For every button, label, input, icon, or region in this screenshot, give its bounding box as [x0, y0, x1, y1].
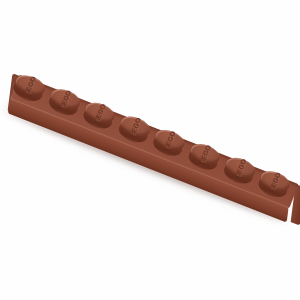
lego-logo-emboss: LEGO [59, 89, 73, 109]
lego-logo-emboss: LEGO [24, 75, 38, 95]
lego-logo-emboss: LEGO [163, 130, 177, 150]
lego-plate: LEGO LEGO LEGO LEGO LEGO [0, 72, 300, 228]
lego-logo-emboss: LEGO [199, 143, 213, 163]
lego-logo-emboss: LEGO [93, 102, 107, 122]
lego-logo-emboss: LEGO [268, 171, 282, 191]
photo-background: LEGO LEGO LEGO LEGO LEGO [0, 0, 300, 300]
lego-logo-emboss: LEGO [234, 157, 248, 177]
lego-logo-emboss: LEGO [129, 116, 143, 136]
